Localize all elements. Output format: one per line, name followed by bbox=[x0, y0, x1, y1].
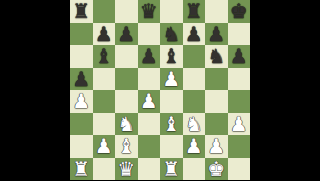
white-pawn-piece[interactable]: ♟ bbox=[140, 90, 158, 112]
square-a1[interactable]: ♜ bbox=[70, 158, 93, 181]
black-pawn-piece[interactable]: ♟ bbox=[230, 45, 248, 67]
square-g4[interactable] bbox=[205, 90, 228, 113]
square-d2[interactable] bbox=[138, 135, 161, 158]
white-rook-piece[interactable]: ♜ bbox=[72, 158, 90, 180]
square-d1[interactable] bbox=[138, 158, 161, 181]
square-h2[interactable] bbox=[228, 135, 251, 158]
black-knight-piece[interactable]: ♞ bbox=[207, 45, 225, 67]
chess-board: ♜♛♜♚♟♟♞♟♟♝♟♝♞♟♟♟♟♟♞♝♞♟♟♝♟♟♜♛♜♚ bbox=[70, 0, 250, 180]
square-b4[interactable] bbox=[93, 90, 116, 113]
square-f4[interactable] bbox=[183, 90, 206, 113]
white-pawn-piece[interactable]: ♟ bbox=[162, 68, 180, 90]
square-g8[interactable] bbox=[205, 0, 228, 23]
square-c8[interactable] bbox=[115, 0, 138, 23]
square-b2[interactable]: ♟ bbox=[93, 135, 116, 158]
square-e1[interactable]: ♜ bbox=[160, 158, 183, 181]
white-bishop-piece[interactable]: ♝ bbox=[162, 113, 180, 135]
square-a3[interactable] bbox=[70, 113, 93, 136]
black-rook-piece[interactable]: ♜ bbox=[185, 0, 203, 22]
square-h3[interactable]: ♟ bbox=[228, 113, 251, 136]
black-knight-piece[interactable]: ♞ bbox=[162, 23, 180, 45]
square-h4[interactable] bbox=[228, 90, 251, 113]
square-g1[interactable]: ♚ bbox=[205, 158, 228, 181]
square-h5[interactable] bbox=[228, 68, 251, 91]
square-h1[interactable] bbox=[228, 158, 251, 181]
black-bishop-piece[interactable]: ♝ bbox=[162, 45, 180, 67]
square-e3[interactable]: ♝ bbox=[160, 113, 183, 136]
white-pawn-piece[interactable]: ♟ bbox=[72, 90, 90, 112]
black-rook-piece[interactable]: ♜ bbox=[72, 0, 90, 22]
square-c7[interactable]: ♟ bbox=[115, 23, 138, 46]
square-a5[interactable]: ♟ bbox=[70, 68, 93, 91]
black-bishop-piece[interactable]: ♝ bbox=[95, 45, 113, 67]
square-f8[interactable]: ♜ bbox=[183, 0, 206, 23]
square-d3[interactable] bbox=[138, 113, 161, 136]
square-e7[interactable]: ♞ bbox=[160, 23, 183, 46]
square-b3[interactable] bbox=[93, 113, 116, 136]
square-d6[interactable]: ♟ bbox=[138, 45, 161, 68]
square-c1[interactable]: ♛ bbox=[115, 158, 138, 181]
white-knight-piece[interactable]: ♞ bbox=[185, 113, 203, 135]
square-g5[interactable] bbox=[205, 68, 228, 91]
black-king-piece[interactable]: ♚ bbox=[230, 0, 248, 22]
square-h6[interactable]: ♟ bbox=[228, 45, 251, 68]
square-c3[interactable]: ♞ bbox=[115, 113, 138, 136]
square-a4[interactable]: ♟ bbox=[70, 90, 93, 113]
letterbox-right bbox=[250, 0, 320, 180]
black-pawn-piece[interactable]: ♟ bbox=[117, 23, 135, 45]
square-b1[interactable] bbox=[93, 158, 116, 181]
square-g3[interactable] bbox=[205, 113, 228, 136]
square-e4[interactable] bbox=[160, 90, 183, 113]
square-g6[interactable]: ♞ bbox=[205, 45, 228, 68]
square-f7[interactable]: ♟ bbox=[183, 23, 206, 46]
square-f2[interactable]: ♟ bbox=[183, 135, 206, 158]
white-knight-piece[interactable]: ♞ bbox=[117, 113, 135, 135]
square-c2[interactable]: ♝ bbox=[115, 135, 138, 158]
square-b6[interactable]: ♝ bbox=[93, 45, 116, 68]
square-e6[interactable]: ♝ bbox=[160, 45, 183, 68]
square-d5[interactable] bbox=[138, 68, 161, 91]
white-pawn-piece[interactable]: ♟ bbox=[95, 135, 113, 157]
square-e8[interactable] bbox=[160, 0, 183, 23]
square-b8[interactable] bbox=[93, 0, 116, 23]
black-pawn-piece[interactable]: ♟ bbox=[72, 68, 90, 90]
black-pawn-piece[interactable]: ♟ bbox=[140, 45, 158, 67]
square-e5[interactable]: ♟ bbox=[160, 68, 183, 91]
square-f5[interactable] bbox=[183, 68, 206, 91]
white-pawn-piece[interactable]: ♟ bbox=[185, 135, 203, 157]
black-pawn-piece[interactable]: ♟ bbox=[207, 23, 225, 45]
square-a6[interactable] bbox=[70, 45, 93, 68]
square-b7[interactable]: ♟ bbox=[93, 23, 116, 46]
letterbox-left bbox=[0, 0, 70, 180]
square-h7[interactable] bbox=[228, 23, 251, 46]
square-a7[interactable] bbox=[70, 23, 93, 46]
square-f3[interactable]: ♞ bbox=[183, 113, 206, 136]
square-d8[interactable]: ♛ bbox=[138, 0, 161, 23]
square-b5[interactable] bbox=[93, 68, 116, 91]
square-d7[interactable] bbox=[138, 23, 161, 46]
white-king-piece[interactable]: ♚ bbox=[207, 158, 225, 180]
white-pawn-piece[interactable]: ♟ bbox=[230, 113, 248, 135]
white-rook-piece[interactable]: ♜ bbox=[162, 158, 180, 180]
square-h8[interactable]: ♚ bbox=[228, 0, 251, 23]
square-c4[interactable] bbox=[115, 90, 138, 113]
white-bishop-piece[interactable]: ♝ bbox=[117, 135, 135, 157]
white-queen-piece[interactable]: ♛ bbox=[117, 158, 135, 180]
square-g2[interactable]: ♟ bbox=[205, 135, 228, 158]
black-queen-piece[interactable]: ♛ bbox=[140, 0, 158, 22]
black-pawn-piece[interactable]: ♟ bbox=[185, 23, 203, 45]
square-c6[interactable] bbox=[115, 45, 138, 68]
square-a2[interactable] bbox=[70, 135, 93, 158]
white-pawn-piece[interactable]: ♟ bbox=[207, 135, 225, 157]
black-pawn-piece[interactable]: ♟ bbox=[95, 23, 113, 45]
square-a8[interactable]: ♜ bbox=[70, 0, 93, 23]
square-f1[interactable] bbox=[183, 158, 206, 181]
square-d4[interactable]: ♟ bbox=[138, 90, 161, 113]
square-f6[interactable] bbox=[183, 45, 206, 68]
square-c5[interactable] bbox=[115, 68, 138, 91]
square-e2[interactable] bbox=[160, 135, 183, 158]
square-g7[interactable]: ♟ bbox=[205, 23, 228, 46]
